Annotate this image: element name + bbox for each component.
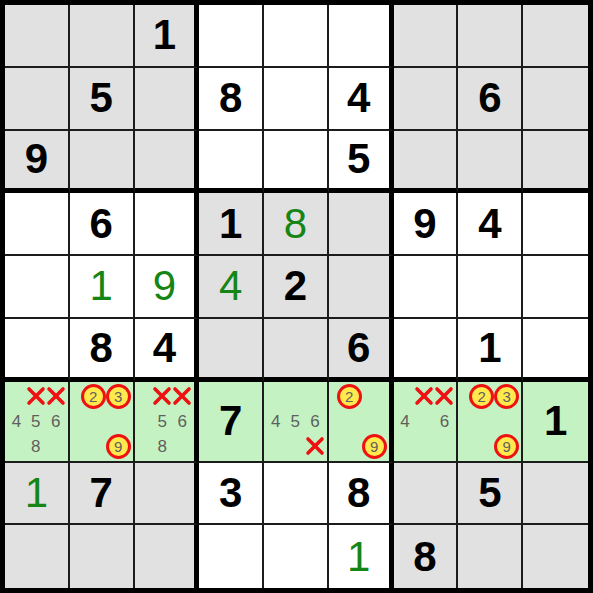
pencil-grid: 29 (329, 382, 389, 461)
candidate-circle-icon: 9 (106, 434, 131, 459)
cell-r6c5[interactable] (264, 319, 329, 382)
pencil-mark: 6 (172, 409, 192, 434)
digit: 9 (413, 203, 436, 245)
empty-pencil-slot (337, 434, 362, 459)
cell-r4c6[interactable] (329, 193, 394, 256)
circled-candidate: 9 (106, 434, 131, 459)
empty-pencil-slot (7, 434, 26, 459)
crossed-candidate-icon (172, 384, 192, 409)
cell-r4c7[interactable]: 9 (394, 193, 459, 256)
cell-r6c3[interactable]: 4 (135, 319, 200, 382)
sudoku-board: 1584695618941942846145682395687456294623… (0, 0, 593, 593)
cell-r1c3[interactable]: 1 (135, 5, 200, 68)
cell-r9c3[interactable] (135, 525, 200, 588)
empty-pencil-slot (137, 434, 153, 459)
cell-r4c5[interactable]: 8 (264, 193, 329, 256)
cell-r2c4[interactable]: 8 (199, 68, 264, 131)
cell-r8c9[interactable] (523, 463, 588, 526)
cell-r7c1[interactable]: 4568 (5, 382, 70, 463)
empty-pencil-slot (414, 409, 434, 434)
cell-r4c8[interactable]: 4 (458, 193, 523, 256)
empty-pencil-slot (266, 434, 285, 459)
cell-r2c5[interactable] (264, 68, 329, 131)
cell-r8c3[interactable] (135, 463, 200, 526)
circled-candidate: 2 (337, 384, 362, 409)
cell-r6c1[interactable] (5, 319, 70, 382)
digit: 6 (478, 77, 501, 119)
cell-r2c8[interactable]: 6 (458, 68, 523, 131)
cell-r3c1[interactable]: 9 (5, 131, 70, 194)
digit: 1 (478, 327, 501, 369)
cell-r1c7[interactable] (394, 5, 459, 68)
cell-r4c1[interactable] (5, 193, 70, 256)
empty-pencil-slot (81, 434, 106, 459)
cell-r5c4[interactable]: 4 (199, 256, 264, 319)
crossed-candidate-icon (46, 384, 66, 409)
empty-pencil-slot (469, 434, 494, 459)
digit: 1 (347, 536, 370, 578)
empty-pencil-slot (106, 409, 131, 434)
empty-pencil-slot (285, 434, 304, 459)
empty-pencil-slot (414, 434, 434, 459)
digit: 1 (89, 265, 112, 307)
empty-pencil-slot (137, 384, 153, 409)
cell-r7c7[interactable]: 46 (394, 382, 459, 463)
digit: 8 (347, 472, 370, 514)
cell-r5c8[interactable] (458, 256, 523, 319)
cell-r8c7[interactable] (394, 463, 459, 526)
empty-pencil-slot (469, 409, 494, 434)
candidate-circle-icon: 3 (494, 384, 519, 409)
cell-r2c7[interactable] (394, 68, 459, 131)
cell-r7c2[interactable]: 239 (70, 382, 135, 463)
cell-r5c3[interactable]: 9 (135, 256, 200, 319)
digit: 9 (153, 265, 176, 307)
cell-r8c1[interactable]: 1 (5, 463, 70, 526)
empty-pencil-slot (434, 434, 454, 459)
cell-r5c9[interactable] (523, 256, 588, 319)
empty-pencil-slot (72, 384, 81, 409)
cell-r8c6[interactable]: 8 (329, 463, 394, 526)
cell-r6c9[interactable] (523, 319, 588, 382)
circled-candidate: 3 (106, 384, 131, 409)
cell-r3c6[interactable]: 5 (329, 131, 394, 194)
empty-pencil-slot (137, 409, 153, 434)
cell-r5c5[interactable]: 2 (264, 256, 329, 319)
cell-r9c6[interactable]: 1 (329, 525, 394, 588)
empty-pencil-slot (81, 409, 106, 434)
digit: 1 (153, 14, 176, 56)
pencil-mark: 8 (26, 434, 46, 459)
digit: 8 (219, 77, 242, 119)
cell-r5c1[interactable] (5, 256, 70, 319)
cell-r6c2[interactable]: 8 (70, 319, 135, 382)
digit: 9 (25, 138, 48, 180)
empty-pencil-slot (266, 384, 285, 409)
pencil-grid: 46 (394, 382, 457, 461)
cell-r7c4[interactable]: 7 (199, 382, 264, 463)
digit: 8 (89, 327, 112, 369)
pencil-mark: 4 (396, 409, 415, 434)
crossed-candidate-icon (414, 384, 434, 409)
cell-r8c4[interactable]: 3 (199, 463, 264, 526)
digit: 4 (219, 265, 242, 307)
cell-r1c6[interactable] (329, 5, 394, 68)
digit: 5 (89, 77, 112, 119)
pencil-mark: 8 (152, 434, 172, 459)
digit: 4 (478, 203, 501, 245)
pencil-grid: 239 (70, 382, 133, 461)
cell-r7c5[interactable]: 456 (264, 382, 329, 463)
crossed-candidate-icon (152, 384, 172, 409)
candidate-circle-icon: 2 (469, 384, 494, 409)
cell-r4c9[interactable] (523, 193, 588, 256)
pencil-mark: 5 (152, 409, 172, 434)
cell-r1c4[interactable] (199, 5, 264, 68)
pencil-mark: 6 (305, 409, 325, 434)
pencil-mark: 4 (7, 409, 26, 434)
pencil-mark: 4 (266, 409, 285, 434)
cell-r2c1[interactable] (5, 68, 70, 131)
cell-r1c9[interactable] (523, 5, 588, 68)
pencil-grid: 4568 (5, 382, 68, 461)
empty-pencil-slot (72, 409, 81, 434)
circled-candidate: 9 (494, 434, 519, 459)
empty-pencil-slot (396, 384, 415, 409)
cell-r9c4[interactable] (199, 525, 264, 588)
cell-r3c9[interactable] (523, 131, 588, 194)
cell-r1c2[interactable] (70, 5, 135, 68)
digit: 1 (25, 472, 48, 514)
cell-r6c8[interactable]: 1 (458, 319, 523, 382)
cell-r7c6[interactable]: 29 (329, 382, 394, 463)
cell-r3c7[interactable] (394, 131, 459, 194)
digit: 2 (284, 265, 307, 307)
circled-candidate: 9 (362, 434, 387, 459)
cell-r9c9[interactable] (523, 525, 588, 588)
pencil-grid: 568 (135, 382, 195, 461)
digit: 3 (219, 472, 242, 514)
cell-r6c6[interactable]: 6 (329, 319, 394, 382)
cell-r5c6[interactable] (329, 256, 394, 319)
pencil-grid: 456 (264, 382, 327, 461)
cell-r4c2[interactable]: 6 (70, 193, 135, 256)
empty-pencil-slot (362, 384, 387, 409)
digit: 8 (413, 536, 436, 578)
pencil-grid: 239 (458, 382, 521, 461)
empty-pencil-slot (72, 434, 81, 459)
cell-r8c8[interactable]: 5 (458, 463, 523, 526)
cell-r1c8[interactable] (458, 5, 523, 68)
empty-pencil-slot (460, 384, 469, 409)
cell-r9c5[interactable] (264, 525, 329, 588)
cell-r5c2[interactable]: 1 (70, 256, 135, 319)
empty-pencil-slot (172, 434, 192, 459)
cell-r9c1[interactable] (5, 525, 70, 588)
digit: 4 (153, 327, 176, 369)
crossed-candidate-icon (305, 434, 325, 459)
pencil-mark: 5 (26, 409, 46, 434)
cell-r5c7[interactable] (394, 256, 459, 319)
cell-r2c3[interactable] (135, 68, 200, 131)
circled-candidate: 2 (469, 384, 494, 409)
circled-candidate: 2 (81, 384, 106, 409)
digit: 8 (284, 203, 307, 245)
empty-pencil-slot (494, 409, 519, 434)
digit: 5 (347, 138, 370, 180)
cell-r7c8[interactable]: 239 (458, 382, 523, 463)
cell-r4c4[interactable]: 1 (199, 193, 264, 256)
cell-r2c6[interactable]: 4 (329, 68, 394, 131)
cell-r6c7[interactable] (394, 319, 459, 382)
candidate-circle-icon: 9 (494, 434, 519, 459)
cell-r9c8[interactable] (458, 525, 523, 588)
empty-pencil-slot (7, 384, 26, 409)
cell-r2c2[interactable]: 5 (70, 68, 135, 131)
cell-r3c8[interactable] (458, 131, 523, 194)
digit: 4 (347, 77, 370, 119)
digit: 7 (89, 472, 112, 514)
digit: 1 (219, 203, 242, 245)
digit: 7 (219, 400, 242, 442)
crossed-candidate-icon (26, 384, 46, 409)
empty-pencil-slot (337, 409, 362, 434)
cell-r9c7[interactable]: 8 (394, 525, 459, 588)
digit: 5 (478, 472, 501, 514)
cell-r3c2[interactable] (70, 131, 135, 194)
candidate-circle-icon: 9 (362, 434, 387, 459)
cell-r7c9[interactable]: 1 (523, 382, 588, 463)
empty-pencil-slot (285, 384, 304, 409)
cell-r6c4[interactable] (199, 319, 264, 382)
cell-r8c5[interactable] (264, 463, 329, 526)
cell-r1c1[interactable] (5, 5, 70, 68)
empty-pencil-slot (460, 409, 469, 434)
cell-r3c3[interactable] (135, 131, 200, 194)
cell-r9c2[interactable] (70, 525, 135, 588)
crossed-candidate-icon (434, 384, 454, 409)
cell-r4c3[interactable] (135, 193, 200, 256)
empty-pencil-slot (396, 434, 415, 459)
pencil-mark: 6 (434, 409, 454, 434)
cell-r7c3[interactable]: 568 (135, 382, 200, 463)
pencil-mark: 5 (285, 409, 304, 434)
digit: 6 (347, 327, 370, 369)
candidate-circle-icon: 2 (337, 384, 362, 409)
digit: 1 (544, 400, 567, 442)
cell-r8c2[interactable]: 7 (70, 463, 135, 526)
cell-r2c9[interactable] (523, 68, 588, 131)
cell-r1c5[interactable] (264, 5, 329, 68)
cell-r3c4[interactable] (199, 131, 264, 194)
empty-pencil-slot (460, 434, 469, 459)
empty-pencil-slot (362, 409, 387, 434)
circled-candidate: 3 (494, 384, 519, 409)
cell-r3c5[interactable] (264, 131, 329, 194)
candidate-circle-icon: 3 (106, 384, 131, 409)
pencil-mark: 6 (46, 409, 66, 434)
empty-pencil-slot (46, 434, 66, 459)
empty-pencil-slot (305, 384, 325, 409)
digit: 6 (89, 203, 112, 245)
candidate-circle-icon: 2 (81, 384, 106, 409)
